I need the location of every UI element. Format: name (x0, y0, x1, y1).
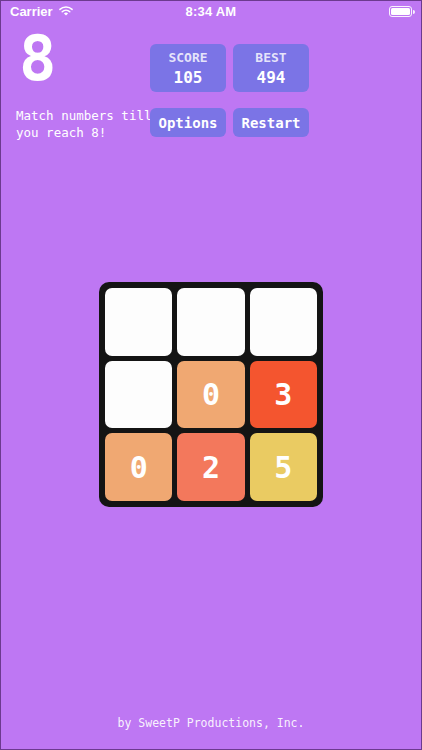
options-button[interactable]: Options (150, 108, 226, 137)
cell-r3c1-tile-0: 0 (105, 433, 172, 501)
cell-r2c1-empty (105, 361, 172, 429)
cell-r1c2-empty (177, 288, 244, 356)
tagline: Match numbers till you reach 8! (16, 108, 151, 142)
tagline-line2: you reach 8! (16, 125, 151, 142)
footer-credit: by SweetP Productions, Inc. (0, 716, 422, 730)
battery-icon (389, 6, 412, 17)
score-box: SCORE 105 (150, 44, 226, 92)
best-label: BEST (255, 50, 286, 65)
status-bar: Carrier 8:34 AM (0, 0, 422, 22)
clock: 8:34 AM (0, 4, 422, 19)
cell-r1c3-empty (250, 288, 317, 356)
score-value: 105 (174, 68, 203, 87)
app-logo-8: 8 (19, 28, 56, 90)
score-label: SCORE (168, 50, 207, 65)
cell-r2c2-tile-0: 0 (177, 361, 244, 429)
cell-r3c3-tile-5: 5 (250, 433, 317, 501)
restart-button[interactable]: Restart (233, 108, 309, 137)
board[interactable]: 03025 (99, 282, 323, 507)
best-box: BEST 494 (233, 44, 309, 92)
cell-r2c3-tile-3: 3 (250, 361, 317, 429)
cell-r1c1-empty (105, 288, 172, 356)
tagline-line1: Match numbers till (16, 108, 151, 125)
best-value: 494 (257, 68, 286, 87)
cell-r3c2-tile-2: 2 (177, 433, 244, 501)
